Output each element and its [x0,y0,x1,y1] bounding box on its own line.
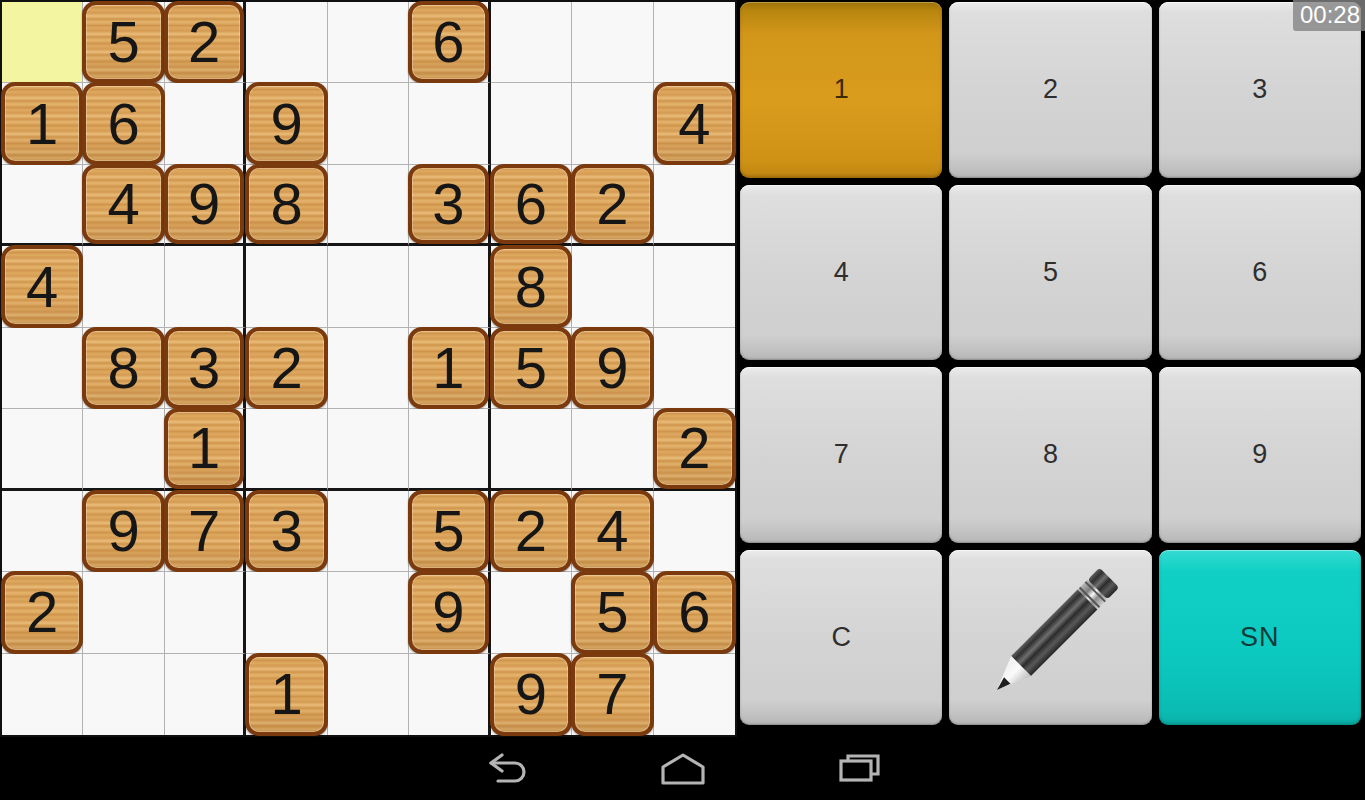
cell-r4c9[interactable] [654,246,735,327]
number-tile: 3 [164,327,244,409]
cell-r7c8[interactable]: 4 [572,491,653,572]
cell-r5c4[interactable]: 2 [246,328,327,409]
cell-r1c5[interactable] [328,2,409,83]
home-button[interactable] [660,749,706,789]
cell-r6c7[interactable] [491,409,572,490]
cell-r9c8[interactable]: 7 [572,654,653,735]
cell-r1c6[interactable]: 6 [409,2,490,83]
cell-r8c8[interactable]: 5 [572,572,653,653]
number-tile: 6 [653,571,736,653]
number-tile: 9 [164,164,244,244]
number-tile: 2 [164,1,244,83]
number-tile: 8 [490,245,572,327]
number-tile: 1 [164,408,244,488]
number-tile: 5 [490,327,572,409]
timer: 00:28 [1293,0,1365,31]
cell-r5c6[interactable]: 1 [409,328,490,409]
cell-r8c4[interactable] [246,572,327,653]
number-tile: 2 [571,164,653,244]
number-tile: 3 [245,490,327,572]
cell-r9c6[interactable] [409,654,490,735]
cell-r5c2[interactable]: 8 [83,328,164,409]
cell-r3c4[interactable]: 8 [246,165,327,246]
number-tile: 4 [82,164,164,244]
main-content: 526169449836248832159129735242956197 00:… [0,0,1365,737]
cell-r3c3[interactable]: 9 [165,165,246,246]
sudoku-board: 526169449836248832159129735242956197 [0,0,737,737]
cell-r2c4[interactable]: 9 [246,83,327,164]
number-tile: 6 [82,82,164,164]
cell-r8c2[interactable] [83,572,164,653]
cell-r8c7[interactable] [491,572,572,653]
cell-r2c2[interactable]: 6 [83,83,164,164]
cell-r3c8[interactable]: 2 [572,165,653,246]
number-tile: 1 [1,82,83,164]
cell-r4c4[interactable] [246,246,327,327]
number-tile: 4 [1,245,83,327]
home-icon [660,752,706,786]
cell-r2c8[interactable] [572,83,653,164]
cell-r1c3[interactable]: 2 [165,2,246,83]
cell-r6c6[interactable] [409,409,490,490]
cell-r3c7[interactable]: 6 [491,165,572,246]
cell-r4c1[interactable]: 4 [2,246,83,327]
cell-r9c9[interactable] [654,654,735,735]
cell-r3c5[interactable] [328,165,409,246]
cell-r4c7[interactable]: 8 [491,246,572,327]
cell-r8c3[interactable] [165,572,246,653]
cell-r2c7[interactable] [491,83,572,164]
cell-r9c7[interactable]: 9 [491,654,572,735]
back-icon [485,752,529,786]
number-tile: 2 [1,571,83,653]
cell-r5c5[interactable] [328,328,409,409]
cell-r5c9[interactable] [654,328,735,409]
cell-r4c8[interactable] [572,246,653,327]
number-tile: 7 [571,653,653,736]
pencil-button[interactable] [949,550,1151,726]
cell-r1c7[interactable] [491,2,572,83]
number-tile: 1 [408,327,488,409]
cell-r6c5[interactable] [328,409,409,490]
cell-r8c6[interactable]: 9 [409,572,490,653]
cell-r4c6[interactable] [409,246,490,327]
cell-r3c6[interactable]: 3 [409,165,490,246]
number-tile: 5 [82,1,164,83]
number-tile: 7 [164,490,244,572]
number-tile: 8 [245,164,327,244]
sudoku-app: 526169449836248832159129735242956197 00:… [0,0,1365,800]
number-tile: 5 [571,571,653,653]
cell-r3c1[interactable] [2,165,83,246]
cell-r7c6[interactable]: 5 [409,491,490,572]
number-tile: 9 [408,571,488,653]
clear-button[interactable]: C [740,550,942,726]
cell-r7c2[interactable]: 9 [83,491,164,572]
number-tile: 8 [82,327,164,409]
number-tile: 9 [82,490,164,572]
cell-r1c9[interactable] [654,2,735,83]
single-note-button[interactable]: SN [1159,550,1361,726]
cell-r3c9[interactable] [654,165,735,246]
number-tile: 9 [245,82,327,164]
number-tile: 6 [408,1,488,83]
number-tile: 3 [408,164,488,244]
cell-r8c1[interactable]: 2 [2,572,83,653]
cell-r5c7[interactable]: 5 [491,328,572,409]
cell-r6c2[interactable] [83,409,164,490]
cell-r4c3[interactable] [165,246,246,327]
cell-r2c9[interactable]: 4 [654,83,735,164]
cell-r1c8[interactable] [572,2,653,83]
cell-r7c5[interactable] [328,491,409,572]
cell-r1c2[interactable]: 5 [83,2,164,83]
cell-r6c4[interactable] [246,409,327,490]
number-tile: 2 [490,490,572,572]
cell-r9c5[interactable] [328,654,409,735]
numpad-button-6[interactable]: 6 [1159,185,1361,361]
cell-r6c3[interactable]: 1 [165,409,246,490]
number-tile: 4 [571,490,653,572]
cell-r6c1[interactable] [2,409,83,490]
cell-r5c3[interactable]: 3 [165,328,246,409]
cell-r2c1[interactable]: 1 [2,83,83,164]
numpad-button-9[interactable]: 9 [1159,367,1361,543]
cell-r7c7[interactable]: 2 [491,491,572,572]
number-tile: 5 [408,490,488,572]
number-tile: 2 [245,327,327,409]
cell-r1c4[interactable] [246,2,327,83]
pencil-icon [930,517,1170,757]
numpad-button-7[interactable]: 7 [740,367,942,543]
cell-r6c8[interactable] [572,409,653,490]
numpad-button-2[interactable]: 2 [949,2,1151,178]
numpad-button-8[interactable]: 8 [949,367,1151,543]
android-navbar [0,737,1365,800]
cell-r3c2[interactable]: 4 [83,165,164,246]
number-tile: 4 [653,82,736,164]
cell-r2c5[interactable] [328,83,409,164]
cell-r4c2[interactable] [83,246,164,327]
cell-r9c1[interactable] [2,654,83,735]
cell-r9c4[interactable]: 1 [246,654,327,735]
numpad-button-4[interactable]: 4 [740,185,942,361]
cell-r7c4[interactable]: 3 [246,491,327,572]
number-tile: 1 [245,653,327,736]
cell-r9c2[interactable] [83,654,164,735]
cell-r6c9[interactable]: 2 [654,409,735,490]
cell-r4c5[interactable] [328,246,409,327]
cell-r9c3[interactable] [165,654,246,735]
number-tile: 9 [490,653,572,736]
numpad-button-1[interactable]: 1 [740,2,942,178]
back-button[interactable] [484,749,530,789]
cell-r7c1[interactable] [2,491,83,572]
cell-r5c8[interactable]: 9 [572,328,653,409]
cell-r5c1[interactable] [2,328,83,409]
number-tile: 9 [571,327,653,409]
cell-r7c3[interactable]: 7 [165,491,246,572]
number-pad: 00:28 1 2 3 4 5 6 7 8 9 C [737,0,1365,737]
number-tile: 2 [653,408,736,488]
cell-r7c9[interactable] [654,491,735,572]
cell-r1c1[interactable] [2,2,83,83]
recents-icon [837,752,881,786]
numpad-button-5[interactable]: 5 [949,185,1151,361]
cell-r2c3[interactable] [165,83,246,164]
number-tile: 6 [490,164,572,244]
recents-button[interactable] [836,749,882,789]
cell-r2c6[interactable] [409,83,490,164]
cell-r8c9[interactable]: 6 [654,572,735,653]
cell-r8c5[interactable] [328,572,409,653]
